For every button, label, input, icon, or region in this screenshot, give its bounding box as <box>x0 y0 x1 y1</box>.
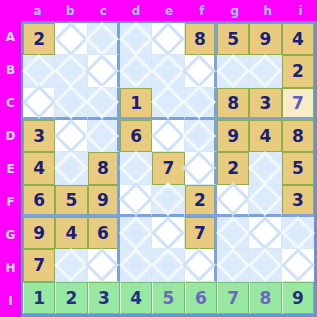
cell-Cf[interactable] <box>185 88 217 120</box>
sudoku-board: 285942183736948487256592394677123456789 <box>21 21 317 317</box>
cell-Ig[interactable]: 7 <box>217 282 249 314</box>
cell-Ib[interactable]: 2 <box>55 282 87 314</box>
cell-Dd[interactable]: 6 <box>120 120 152 152</box>
cell-Hg[interactable] <box>217 249 249 281</box>
column-label-f: f <box>185 0 218 21</box>
column-label-h: h <box>251 0 284 21</box>
cell-Ed[interactable] <box>120 152 152 184</box>
column-label-b: b <box>54 0 87 21</box>
cell-Ha[interactable]: 7 <box>23 249 55 281</box>
row-label-D: D <box>0 120 21 153</box>
column-label-a: a <box>21 0 54 21</box>
cell-Cd[interactable]: 1 <box>120 88 152 120</box>
cell-Gf[interactable]: 7 <box>185 217 217 249</box>
cell-Ea[interactable]: 4 <box>23 152 55 184</box>
cell-If[interactable]: 6 <box>185 282 217 314</box>
row-label-H: H <box>0 251 21 284</box>
column-label-g: g <box>218 0 251 21</box>
cell-Di[interactable]: 8 <box>282 120 314 152</box>
cell-Fh[interactable] <box>249 185 281 217</box>
cell-Fc[interactable]: 9 <box>88 185 120 217</box>
cell-Ac[interactable] <box>88 23 120 55</box>
cell-Ca[interactable] <box>23 88 55 120</box>
cell-Ih[interactable]: 8 <box>249 282 281 314</box>
cell-Ch[interactable]: 3 <box>249 88 281 120</box>
cell-Bg[interactable] <box>217 55 249 87</box>
cell-Hb[interactable] <box>55 249 87 281</box>
cell-Hi[interactable] <box>282 249 314 281</box>
cell-Fb[interactable]: 5 <box>55 185 87 217</box>
row-label-A: A <box>0 21 21 54</box>
cell-Dg[interactable]: 9 <box>217 120 249 152</box>
cell-Ah[interactable]: 9 <box>249 23 281 55</box>
cell-Eg[interactable]: 2 <box>217 152 249 184</box>
cell-Ab[interactable] <box>55 23 87 55</box>
cell-De[interactable] <box>152 120 184 152</box>
cell-Gg[interactable] <box>217 217 249 249</box>
cell-Gc[interactable]: 6 <box>88 217 120 249</box>
column-label-d: d <box>120 0 153 21</box>
cell-Ag[interactable]: 5 <box>217 23 249 55</box>
row-label-E: E <box>0 153 21 186</box>
cell-Dh[interactable]: 4 <box>249 120 281 152</box>
cell-Ce[interactable] <box>152 88 184 120</box>
cell-Gb[interactable]: 4 <box>55 217 87 249</box>
cell-Cg[interactable]: 8 <box>217 88 249 120</box>
cell-Eb[interactable] <box>55 152 87 184</box>
cell-Hd[interactable] <box>120 249 152 281</box>
cell-Ic[interactable]: 3 <box>88 282 120 314</box>
cell-Fi[interactable]: 3 <box>282 185 314 217</box>
cell-Gd[interactable] <box>120 217 152 249</box>
cell-Ia[interactable]: 1 <box>23 282 55 314</box>
cell-Ge[interactable] <box>152 217 184 249</box>
row-label-B: B <box>0 54 21 87</box>
cell-Bf[interactable] <box>185 55 217 87</box>
cell-Af[interactable]: 8 <box>185 23 217 55</box>
cell-Gi[interactable] <box>282 217 314 249</box>
cell-Be[interactable] <box>152 55 184 87</box>
row-label-G: G <box>0 218 21 251</box>
cell-Hc[interactable] <box>88 249 120 281</box>
cell-Cc[interactable] <box>88 88 120 120</box>
row-label-C: C <box>0 87 21 120</box>
cell-Ae[interactable] <box>152 23 184 55</box>
cell-Fe[interactable] <box>152 185 184 217</box>
cell-Cb[interactable] <box>55 88 87 120</box>
cell-Bi[interactable]: 2 <box>282 55 314 87</box>
cell-Ci[interactable]: 7 <box>282 88 314 120</box>
cell-Ai[interactable]: 4 <box>282 23 314 55</box>
cell-He[interactable] <box>152 249 184 281</box>
cell-Fa[interactable]: 6 <box>23 185 55 217</box>
cell-Da[interactable]: 3 <box>23 120 55 152</box>
cell-Bd[interactable] <box>120 55 152 87</box>
cell-Ff[interactable]: 2 <box>185 185 217 217</box>
cell-Dc[interactable] <box>88 120 120 152</box>
row-labels: ABCDEFGHI <box>0 21 21 317</box>
cell-Df[interactable] <box>185 120 217 152</box>
column-label-i: i <box>284 0 317 21</box>
cell-Bc[interactable] <box>88 55 120 87</box>
sudoku-app: abcdefghi ABCDEFGHI 28594218373694848725… <box>0 0 317 317</box>
cell-Ba[interactable] <box>23 55 55 87</box>
row-label-F: F <box>0 185 21 218</box>
cell-Ie[interactable]: 5 <box>152 282 184 314</box>
cell-Bh[interactable] <box>249 55 281 87</box>
cell-Fd[interactable] <box>120 185 152 217</box>
cell-Aa[interactable]: 2 <box>23 23 55 55</box>
cell-Ec[interactable]: 8 <box>88 152 120 184</box>
column-labels: abcdefghi <box>21 0 317 21</box>
cell-Ef[interactable] <box>185 152 217 184</box>
cell-Hh[interactable] <box>249 249 281 281</box>
cell-Id[interactable]: 4 <box>120 282 152 314</box>
cell-Ga[interactable]: 9 <box>23 217 55 249</box>
cell-Gh[interactable] <box>249 217 281 249</box>
cell-Db[interactable] <box>55 120 87 152</box>
cell-Ad[interactable] <box>120 23 152 55</box>
cell-Ei[interactable]: 5 <box>282 152 314 184</box>
cell-Eh[interactable] <box>249 152 281 184</box>
row-label-I: I <box>0 284 21 317</box>
cell-Hf[interactable] <box>185 249 217 281</box>
cell-Bb[interactable] <box>55 55 87 87</box>
cell-Fg[interactable] <box>217 185 249 217</box>
column-label-e: e <box>153 0 186 21</box>
cell-Ee[interactable]: 7 <box>152 152 184 184</box>
cell-Ii[interactable]: 9 <box>282 282 314 314</box>
column-label-c: c <box>87 0 120 21</box>
